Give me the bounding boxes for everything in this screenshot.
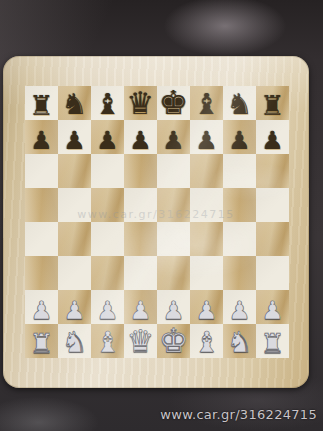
white-pawn-piece: ♟ bbox=[261, 298, 283, 323]
square-d1[interactable]: ♛ bbox=[124, 324, 157, 358]
white-bishop-piece: ♝ bbox=[95, 328, 121, 357]
square-f6[interactable] bbox=[190, 154, 223, 188]
square-g6[interactable] bbox=[223, 154, 256, 188]
black-knight-piece: ♞ bbox=[227, 90, 253, 119]
black-bishop-piece: ♝ bbox=[194, 90, 220, 119]
square-h8[interactable]: ♜ bbox=[256, 86, 289, 120]
black-pawn-piece: ♟ bbox=[162, 128, 184, 153]
square-d8[interactable]: ♛ bbox=[124, 86, 157, 120]
black-pawn-piece: ♟ bbox=[261, 128, 283, 153]
square-e3[interactable] bbox=[157, 256, 190, 290]
square-b7[interactable]: ♟ bbox=[58, 120, 91, 154]
square-e2[interactable]: ♟ bbox=[157, 290, 190, 324]
white-king-piece: ♚ bbox=[159, 324, 189, 357]
square-e8[interactable]: ♚ bbox=[157, 86, 190, 120]
square-c2[interactable]: ♟ bbox=[91, 290, 124, 324]
square-c4[interactable] bbox=[91, 222, 124, 256]
square-d6[interactable] bbox=[124, 154, 157, 188]
square-c3[interactable] bbox=[91, 256, 124, 290]
white-bishop-piece: ♝ bbox=[194, 328, 220, 357]
square-g2[interactable]: ♟ bbox=[223, 290, 256, 324]
square-h2[interactable]: ♟ bbox=[256, 290, 289, 324]
photo-background: ♜♞♝♛♚♝♞♜♟♟♟♟♟♟♟♟♟♟♟♟♟♟♟♟♜♞♝♛♚♝♞♜ www.car… bbox=[0, 0, 323, 431]
square-b2[interactable]: ♟ bbox=[58, 290, 91, 324]
white-pawn-piece: ♟ bbox=[129, 298, 151, 323]
black-pawn-piece: ♟ bbox=[96, 128, 118, 153]
board-grid: ♜♞♝♛♚♝♞♜♟♟♟♟♟♟♟♟♟♟♟♟♟♟♟♟♜♞♝♛♚♝♞♜ bbox=[25, 86, 289, 358]
white-pawn-piece: ♟ bbox=[30, 298, 52, 323]
white-knight-piece: ♞ bbox=[227, 328, 253, 357]
black-pawn-piece: ♟ bbox=[129, 128, 151, 153]
white-rook-piece: ♜ bbox=[260, 330, 284, 357]
square-b3[interactable] bbox=[58, 256, 91, 290]
black-rook-piece: ♜ bbox=[260, 92, 284, 119]
square-g1[interactable]: ♞ bbox=[223, 324, 256, 358]
watermark-url: www.car.gr/316224715 bbox=[160, 407, 317, 422]
square-d2[interactable]: ♟ bbox=[124, 290, 157, 324]
square-h6[interactable] bbox=[256, 154, 289, 188]
square-e5[interactable] bbox=[157, 188, 190, 222]
white-pawn-piece: ♟ bbox=[162, 298, 184, 323]
square-a7[interactable]: ♟ bbox=[25, 120, 58, 154]
square-c8[interactable]: ♝ bbox=[91, 86, 124, 120]
square-c1[interactable]: ♝ bbox=[91, 324, 124, 358]
square-h1[interactable]: ♜ bbox=[256, 324, 289, 358]
black-pawn-piece: ♟ bbox=[30, 128, 52, 153]
black-queen-piece: ♛ bbox=[127, 88, 155, 119]
square-c6[interactable] bbox=[91, 154, 124, 188]
square-g7[interactable]: ♟ bbox=[223, 120, 256, 154]
square-g4[interactable] bbox=[223, 222, 256, 256]
square-g8[interactable]: ♞ bbox=[223, 86, 256, 120]
white-pawn-piece: ♟ bbox=[195, 298, 217, 323]
square-a8[interactable]: ♜ bbox=[25, 86, 58, 120]
square-e7[interactable]: ♟ bbox=[157, 120, 190, 154]
square-b4[interactable] bbox=[58, 222, 91, 256]
square-g3[interactable] bbox=[223, 256, 256, 290]
square-c7[interactable]: ♟ bbox=[91, 120, 124, 154]
chess-board: ♜♞♝♛♚♝♞♜♟♟♟♟♟♟♟♟♟♟♟♟♟♟♟♟♜♞♝♛♚♝♞♜ www.car… bbox=[3, 56, 309, 388]
white-queen-piece: ♛ bbox=[127, 326, 155, 357]
square-d5[interactable] bbox=[124, 188, 157, 222]
square-a1[interactable]: ♜ bbox=[25, 324, 58, 358]
square-d4[interactable] bbox=[124, 222, 157, 256]
white-pawn-piece: ♟ bbox=[63, 298, 85, 323]
black-pawn-piece: ♟ bbox=[228, 128, 250, 153]
square-h4[interactable] bbox=[256, 222, 289, 256]
black-knight-piece: ♞ bbox=[62, 90, 88, 119]
square-f1[interactable]: ♝ bbox=[190, 324, 223, 358]
white-pawn-piece: ♟ bbox=[228, 298, 250, 323]
square-d7[interactable]: ♟ bbox=[124, 120, 157, 154]
white-knight-piece: ♞ bbox=[62, 328, 88, 357]
black-rook-piece: ♜ bbox=[29, 92, 53, 119]
black-bishop-piece: ♝ bbox=[95, 90, 121, 119]
white-rook-piece: ♜ bbox=[29, 330, 53, 357]
square-e4[interactable] bbox=[157, 222, 190, 256]
black-king-piece: ♚ bbox=[159, 86, 189, 119]
square-a6[interactable] bbox=[25, 154, 58, 188]
square-g5[interactable] bbox=[223, 188, 256, 222]
square-f5[interactable] bbox=[190, 188, 223, 222]
square-b8[interactable]: ♞ bbox=[58, 86, 91, 120]
square-a3[interactable] bbox=[25, 256, 58, 290]
square-h5[interactable] bbox=[256, 188, 289, 222]
square-c5[interactable] bbox=[91, 188, 124, 222]
square-f4[interactable] bbox=[190, 222, 223, 256]
square-f2[interactable]: ♟ bbox=[190, 290, 223, 324]
square-f8[interactable]: ♝ bbox=[190, 86, 223, 120]
square-b5[interactable] bbox=[58, 188, 91, 222]
square-e6[interactable] bbox=[157, 154, 190, 188]
square-f7[interactable]: ♟ bbox=[190, 120, 223, 154]
square-b6[interactable] bbox=[58, 154, 91, 188]
square-h7[interactable]: ♟ bbox=[256, 120, 289, 154]
square-d3[interactable] bbox=[124, 256, 157, 290]
white-pawn-piece: ♟ bbox=[96, 298, 118, 323]
square-f3[interactable] bbox=[190, 256, 223, 290]
square-a5[interactable] bbox=[25, 188, 58, 222]
black-pawn-piece: ♟ bbox=[195, 128, 217, 153]
square-a4[interactable] bbox=[25, 222, 58, 256]
square-b1[interactable]: ♞ bbox=[58, 324, 91, 358]
square-h3[interactable] bbox=[256, 256, 289, 290]
black-pawn-piece: ♟ bbox=[63, 128, 85, 153]
square-a2[interactable]: ♟ bbox=[25, 290, 58, 324]
square-e1[interactable]: ♚ bbox=[157, 324, 190, 358]
